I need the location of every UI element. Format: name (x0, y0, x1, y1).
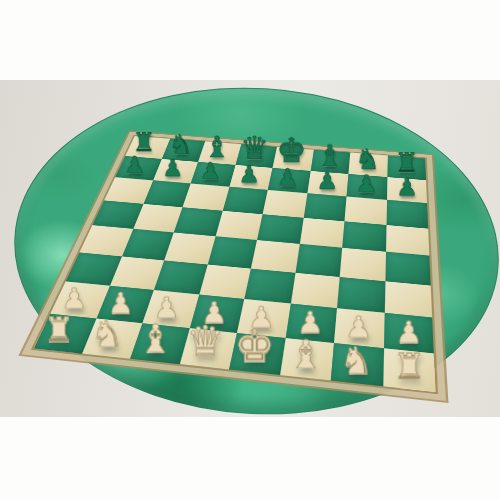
piece-green-pawn-g7[interactable]: ♟ (356, 172, 378, 196)
square-d3[interactable] (199, 264, 251, 299)
square-f1[interactable]: ♝ (280, 338, 334, 381)
photo-area: ♜♞♝♛♚♝♞♜♟♟♟♟♟♟♟♟♟♟♟♟♟♟♟♟♜♞♝♛♚♝♞♜ (0, 80, 500, 417)
piece-cream-king-e1[interactable]: ♚ (235, 323, 276, 368)
square-g6[interactable] (344, 197, 386, 225)
square-h5[interactable] (386, 225, 430, 256)
piece-green-pawn-f7[interactable]: ♟ (316, 169, 338, 193)
square-g4[interactable] (340, 248, 386, 281)
square-f6[interactable] (303, 193, 346, 221)
square-h7[interactable]: ♟ (387, 177, 427, 203)
square-f7[interactable]: ♟ (307, 171, 349, 197)
piece-green-king-e8[interactable]: ♚ (277, 133, 307, 167)
square-g7[interactable]: ♟ (347, 174, 387, 200)
square-h4[interactable] (385, 252, 431, 286)
square-e5[interactable] (257, 214, 303, 244)
board-perspective-scene: ♜♞♝♛♚♝♞♜♟♟♟♟♟♟♟♟♟♟♟♟♟♟♟♟♜♞♝♛♚♝♞♜ (85, 68, 425, 408)
chessboard: ♜♞♝♛♚♝♞♜♟♟♟♟♟♟♟♟♟♟♟♟♟♟♟♟♜♞♝♛♚♝♞♜ (31, 135, 438, 394)
square-d7[interactable]: ♟ (229, 165, 273, 190)
piece-green-pawn-e7[interactable]: ♟ (277, 165, 299, 189)
square-c5[interactable] (174, 207, 223, 236)
piece-green-queen-d8[interactable]: ♛ (240, 132, 269, 164)
piece-cream-rook-h1[interactable]: ♜ (393, 349, 426, 386)
square-f4[interactable] (295, 244, 342, 277)
square-h6[interactable] (386, 200, 428, 229)
piece-cream-bishop-f1[interactable]: ♝ (288, 334, 324, 374)
square-h3[interactable] (384, 281, 432, 318)
square-f3[interactable] (290, 272, 339, 308)
square-e1[interactable]: ♚ (229, 333, 285, 375)
square-e4[interactable] (251, 240, 299, 272)
square-g1[interactable]: ♞ (331, 343, 384, 387)
square-d4[interactable] (207, 236, 257, 268)
piece-green-pawn-c7[interactable]: ♟ (200, 159, 221, 183)
piece-green-pawn-a7[interactable]: ♟ (124, 153, 145, 177)
square-c1[interactable]: ♝ (130, 323, 189, 364)
piece-green-pawn-d7[interactable]: ♟ (238, 162, 259, 186)
square-g5[interactable] (342, 221, 386, 252)
piece-cream-knight-b1[interactable]: ♞ (91, 316, 124, 352)
piece-cream-bishop-c1[interactable]: ♝ (138, 319, 173, 358)
square-c7[interactable]: ♟ (191, 162, 236, 187)
square-e6[interactable] (263, 190, 307, 218)
screenshot-root: ♜♞♝♛♚♝♞♜♟♟♟♟♟♟♟♟♟♟♟♟♟♟♟♟♜♞♝♛♚♝♞♜ (0, 0, 500, 500)
square-e3[interactable] (244, 268, 295, 303)
piece-cream-queen-d1[interactable]: ♛ (186, 321, 224, 364)
square-d1[interactable]: ♛ (179, 328, 237, 370)
square-g3[interactable] (337, 277, 385, 313)
piece-cream-knight-g1[interactable]: ♞ (340, 342, 374, 380)
square-d5[interactable] (215, 210, 262, 240)
piece-green-pawn-h7[interactable]: ♟ (396, 175, 418, 199)
square-e7[interactable]: ♟ (268, 168, 311, 194)
square-f5[interactable] (299, 218, 344, 248)
piece-cream-pawn-g2[interactable]: ♟ (345, 312, 372, 342)
piece-cream-pawn-h2[interactable]: ♟ (395, 317, 422, 347)
piece-green-pawn-b7[interactable]: ♟ (162, 156, 183, 180)
square-c6[interactable] (183, 184, 229, 211)
square-h1[interactable]: ♜ (383, 348, 436, 392)
piece-cream-rook-a1[interactable]: ♜ (44, 313, 75, 348)
square-d6[interactable] (222, 187, 267, 214)
letterbox-bottom (0, 417, 500, 500)
square-c3[interactable] (154, 260, 207, 294)
